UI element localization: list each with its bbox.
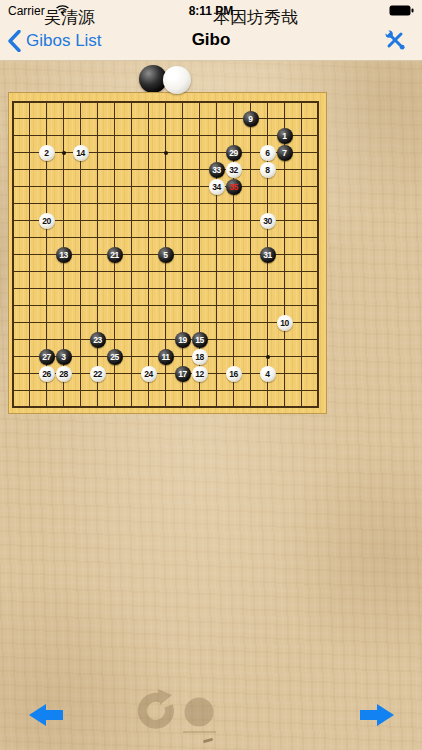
stone-move-3: 3 <box>56 349 72 365</box>
stone-move-12: 12 <box>192 366 208 382</box>
page-title: Gibo <box>0 30 422 50</box>
battery-icon <box>389 5 414 19</box>
stone-move-22: 22 <box>90 366 106 382</box>
grid-line-horizontal <box>12 271 319 272</box>
stone-move-17: 17 <box>175 366 191 382</box>
stone-move-9: 9 <box>243 111 259 127</box>
previous-move-button[interactable] <box>27 702 65 728</box>
stone-move-33: 33 <box>209 162 225 178</box>
stone-move-28: 28 <box>56 366 72 382</box>
stone-move-23: 23 <box>90 332 106 348</box>
board-grid: 1234567891011121314151617181920212223242… <box>12 101 319 408</box>
star-point <box>62 151 66 155</box>
grid-line-horizontal <box>12 406 319 408</box>
right-arrow-icon <box>358 702 396 728</box>
stone-move-20: 20 <box>39 213 55 229</box>
white-player-name: 本因坊秀哉 <box>213 6 298 29</box>
wrench-screwdriver-icon <box>384 29 406 51</box>
grid-line-vertical <box>301 101 302 408</box>
stone-move-19: 19 <box>175 332 191 348</box>
stone-move-10: 10 <box>277 315 293 331</box>
stone-move-30: 30 <box>260 213 276 229</box>
left-arrow-icon <box>27 702 65 728</box>
black-player-name: 吴清源 <box>44 6 95 29</box>
stone-move-34: 34 <box>209 179 225 195</box>
stone-move-35: 35 <box>226 179 242 195</box>
star-point <box>164 151 168 155</box>
stone-move-4: 4 <box>260 366 276 382</box>
stone-move-26: 26 <box>39 366 55 382</box>
stone-move-6: 6 <box>260 145 276 161</box>
grid-line-horizontal <box>12 322 319 323</box>
stone-move-15: 15 <box>192 332 208 348</box>
grid-line-vertical <box>317 101 319 408</box>
stone-move-21: 21 <box>107 247 123 263</box>
undo-arrow-and-stone-watermark <box>130 685 230 747</box>
stone-move-32: 32 <box>226 162 242 178</box>
stone-move-1: 1 <box>277 128 293 144</box>
stone-move-16: 16 <box>226 366 242 382</box>
grid-line-horizontal <box>12 339 319 340</box>
stone-move-7: 7 <box>277 145 293 161</box>
stone-move-27: 27 <box>39 349 55 365</box>
stone-move-24: 24 <box>141 366 157 382</box>
stone-move-29: 29 <box>226 145 242 161</box>
screen: Carrier 8:11 PM Gibos List Gibo <box>0 0 422 750</box>
stone-move-8: 8 <box>260 162 276 178</box>
grid-line-vertical <box>182 101 183 408</box>
stone-move-25: 25 <box>107 349 123 365</box>
stone-move-31: 31 <box>260 247 276 263</box>
stone-move-11: 11 <box>158 349 174 365</box>
player-bar <box>0 61 422 92</box>
stone-move-13: 13 <box>56 247 72 263</box>
grid-line-vertical <box>250 101 251 408</box>
tools-button[interactable] <box>384 29 408 53</box>
stone-move-14: 14 <box>73 145 89 161</box>
grid-line-horizontal <box>12 305 319 306</box>
next-move-button[interactable] <box>358 702 396 728</box>
stone-move-2: 2 <box>39 145 55 161</box>
star-point <box>266 355 270 359</box>
stone-move-5: 5 <box>158 247 174 263</box>
go-board[interactable]: 1234567891011121314151617181920212223242… <box>8 92 327 414</box>
grid-line-horizontal <box>12 390 319 391</box>
white-stone-icon <box>163 66 191 94</box>
grid-line-vertical <box>216 101 217 408</box>
grid-line-horizontal <box>12 288 319 289</box>
stone-move-18: 18 <box>192 349 208 365</box>
